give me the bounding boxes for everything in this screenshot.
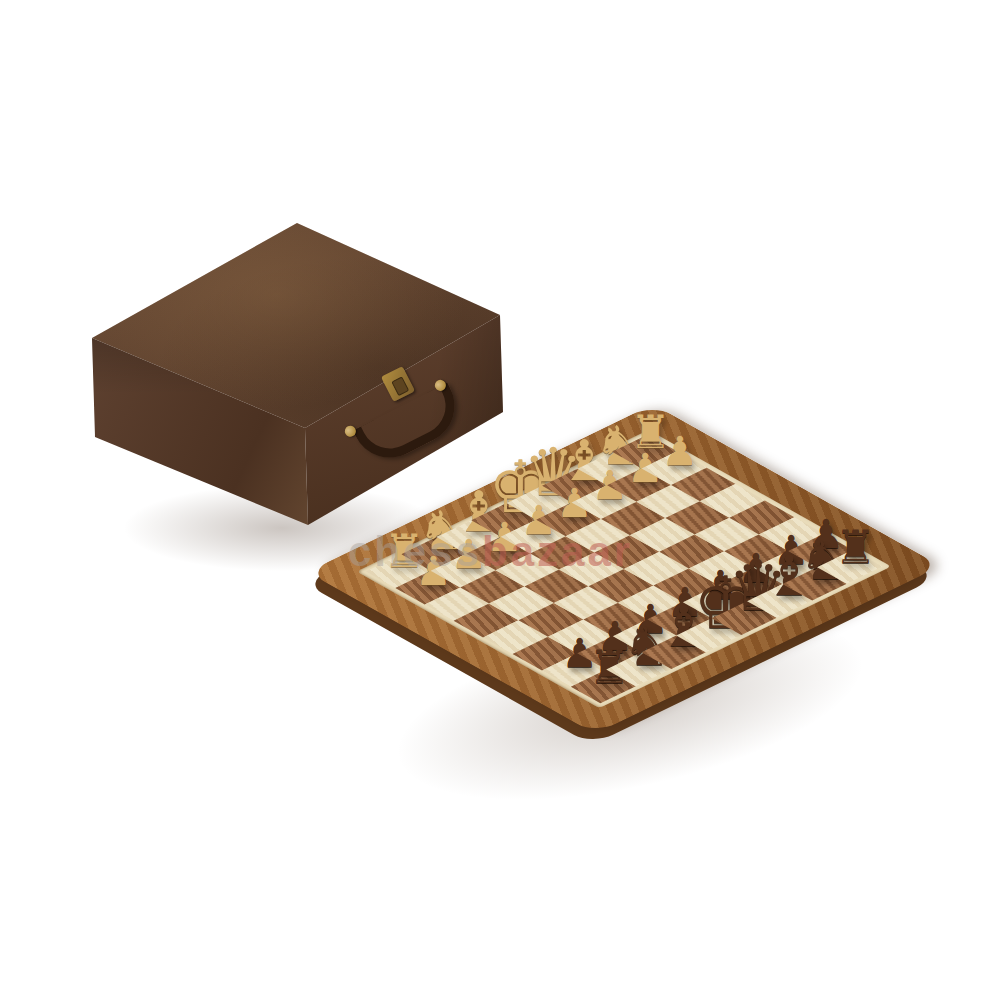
chess-set-product-photo: ♜♞♝♚♛♝♞♜♟♟♟♟♟♟♟♟♟♟♟♟♟♟♟♟♜♞♝♚♛♝♞♜ chessba… (0, 0, 1000, 1000)
